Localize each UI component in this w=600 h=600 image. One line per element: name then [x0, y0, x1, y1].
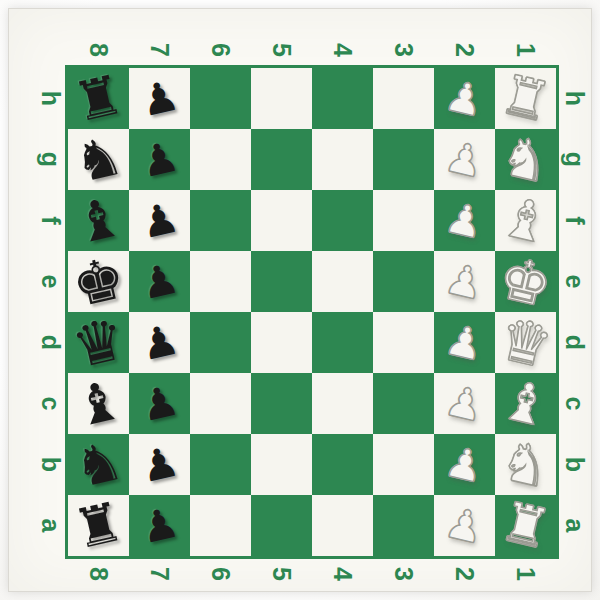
square-b7[interactable]: ♟ [129, 434, 190, 495]
square-g7[interactable]: ♟ [129, 129, 190, 190]
square-c7[interactable]: ♟ [129, 373, 190, 434]
square-b5[interactable] [251, 434, 312, 495]
piece-white-bishop-f1[interactable]: ♝ [489, 184, 562, 257]
coord-label-bottom-4: 4 [328, 544, 358, 600]
piece-black-knight-b8[interactable]: ♞ [62, 428, 135, 501]
rank-labels-bottom: 87654321 [68, 559, 556, 589]
file-labels-left: hgfedcba [35, 68, 65, 556]
square-c8[interactable]: ♝ [68, 373, 129, 434]
photo-background: 87654321 87654321 hgfedcba hgfedcba ♜♟♟♜… [0, 0, 600, 600]
piece-black-bishop-f8[interactable]: ♝ [62, 184, 135, 257]
rank-labels-top: 87654321 [68, 35, 556, 65]
square-c1[interactable]: ♝ [495, 373, 556, 434]
chess-board: 87654321 87654321 hgfedcba hgfedcba ♜♟♟♜… [35, 35, 589, 589]
square-b4[interactable] [312, 434, 373, 495]
coord-label-bottom-5: 5 [267, 544, 297, 600]
square-e5[interactable] [251, 251, 312, 312]
square-d2[interactable]: ♟ [434, 312, 495, 373]
square-g2[interactable]: ♟ [434, 129, 495, 190]
piece-white-knight-b1[interactable]: ♞ [489, 428, 562, 501]
square-a2[interactable]: ♟ [434, 495, 495, 556]
file-labels-right: hgfedcba [559, 68, 589, 556]
square-f3[interactable] [373, 190, 434, 251]
piece-white-knight-g1[interactable]: ♞ [489, 123, 562, 196]
piece-white-rook-a1[interactable]: ♜ [489, 489, 562, 562]
coord-label-top-4: 4 [328, 20, 358, 81]
square-d3[interactable] [373, 312, 434, 373]
piece-black-pawn-f7[interactable]: ♟ [123, 184, 196, 257]
coord-label-bottom-3: 3 [389, 544, 419, 600]
piece-black-pawn-c7[interactable]: ♟ [123, 367, 196, 440]
piece-white-queen-d1[interactable]: ♛ [489, 306, 562, 379]
square-c6[interactable] [190, 373, 251, 434]
square-e4[interactable] [312, 251, 373, 312]
square-a7[interactable]: ♟ [129, 495, 190, 556]
square-c5[interactable] [251, 373, 312, 434]
square-g8[interactable]: ♞ [68, 129, 129, 190]
piece-black-pawn-g7[interactable]: ♟ [123, 123, 196, 196]
square-b6[interactable] [190, 434, 251, 495]
square-d4[interactable] [312, 312, 373, 373]
piece-black-rook-h8[interactable]: ♜ [62, 62, 135, 135]
square-b2[interactable]: ♟ [434, 434, 495, 495]
piece-white-pawn-f2[interactable]: ♟ [428, 184, 501, 257]
square-e2[interactable]: ♟ [434, 251, 495, 312]
piece-white-bishop-c1[interactable]: ♝ [489, 367, 562, 440]
square-c4[interactable] [312, 373, 373, 434]
piece-white-king-e1[interactable]: ♚ [489, 245, 562, 318]
piece-black-pawn-e7[interactable]: ♟ [123, 245, 196, 318]
square-f7[interactable]: ♟ [129, 190, 190, 251]
square-h1[interactable]: ♜ [495, 68, 556, 129]
coord-label-top-5: 5 [267, 20, 297, 81]
piece-white-pawn-d2[interactable]: ♟ [428, 306, 501, 379]
square-h2[interactable]: ♟ [434, 68, 495, 129]
square-g3[interactable] [373, 129, 434, 190]
vinyl-chess-mat: 87654321 87654321 hgfedcba hgfedcba ♜♟♟♜… [8, 8, 592, 592]
square-e3[interactable] [373, 251, 434, 312]
square-d8[interactable]: ♛ [68, 312, 129, 373]
square-b8[interactable]: ♞ [68, 434, 129, 495]
piece-black-pawn-d7[interactable]: ♟ [123, 306, 196, 379]
piece-white-pawn-a2[interactable]: ♟ [428, 489, 501, 562]
piece-white-pawn-c2[interactable]: ♟ [428, 367, 501, 440]
square-d7[interactable]: ♟ [129, 312, 190, 373]
square-e1[interactable]: ♚ [495, 251, 556, 312]
piece-black-bishop-c8[interactable]: ♝ [62, 367, 135, 440]
coord-label-top-6: 6 [206, 20, 236, 81]
piece-black-queen-d8[interactable]: ♛ [62, 306, 135, 379]
square-g1[interactable]: ♞ [495, 129, 556, 190]
square-f8[interactable]: ♝ [68, 190, 129, 251]
square-f2[interactable]: ♟ [434, 190, 495, 251]
board-grid: ♜♟♟♜♞♟♟♞♝♟♟♝♚♟♟♚♛♟♟♛♝♟♟♝♞♟♟♞♜♟♟♜ [65, 65, 559, 559]
square-b1[interactable]: ♞ [495, 434, 556, 495]
square-d5[interactable] [251, 312, 312, 373]
piece-white-rook-h1[interactable]: ♜ [489, 62, 562, 135]
square-g5[interactable] [251, 129, 312, 190]
square-e8[interactable]: ♚ [68, 251, 129, 312]
piece-white-pawn-h2[interactable]: ♟ [428, 62, 501, 135]
square-d1[interactable]: ♛ [495, 312, 556, 373]
piece-black-knight-g8[interactable]: ♞ [62, 123, 135, 196]
square-f5[interactable] [251, 190, 312, 251]
square-a8[interactable]: ♜ [68, 495, 129, 556]
piece-black-king-e8[interactable]: ♚ [62, 245, 135, 318]
square-g4[interactable] [312, 129, 373, 190]
piece-white-pawn-e2[interactable]: ♟ [428, 245, 501, 318]
coord-label-top-3: 3 [389, 20, 419, 81]
square-e6[interactable] [190, 251, 251, 312]
square-a1[interactable]: ♜ [495, 495, 556, 556]
square-g6[interactable] [190, 129, 251, 190]
coord-label-bottom-6: 6 [206, 544, 236, 600]
piece-black-pawn-b7[interactable]: ♟ [123, 428, 196, 501]
piece-black-pawn-h7[interactable]: ♟ [123, 62, 196, 135]
piece-white-pawn-g2[interactable]: ♟ [428, 123, 501, 196]
piece-black-rook-a8[interactable]: ♜ [62, 489, 135, 562]
piece-white-pawn-b2[interactable]: ♟ [428, 428, 501, 501]
square-f1[interactable]: ♝ [495, 190, 556, 251]
square-c3[interactable] [373, 373, 434, 434]
square-h8[interactable]: ♜ [68, 68, 129, 129]
square-f6[interactable] [190, 190, 251, 251]
square-f4[interactable] [312, 190, 373, 251]
piece-black-pawn-a7[interactable]: ♟ [123, 489, 196, 562]
square-c2[interactable]: ♟ [434, 373, 495, 434]
square-e7[interactable]: ♟ [129, 251, 190, 312]
square-h7[interactable]: ♟ [129, 68, 190, 129]
square-b3[interactable] [373, 434, 434, 495]
square-d6[interactable] [190, 312, 251, 373]
